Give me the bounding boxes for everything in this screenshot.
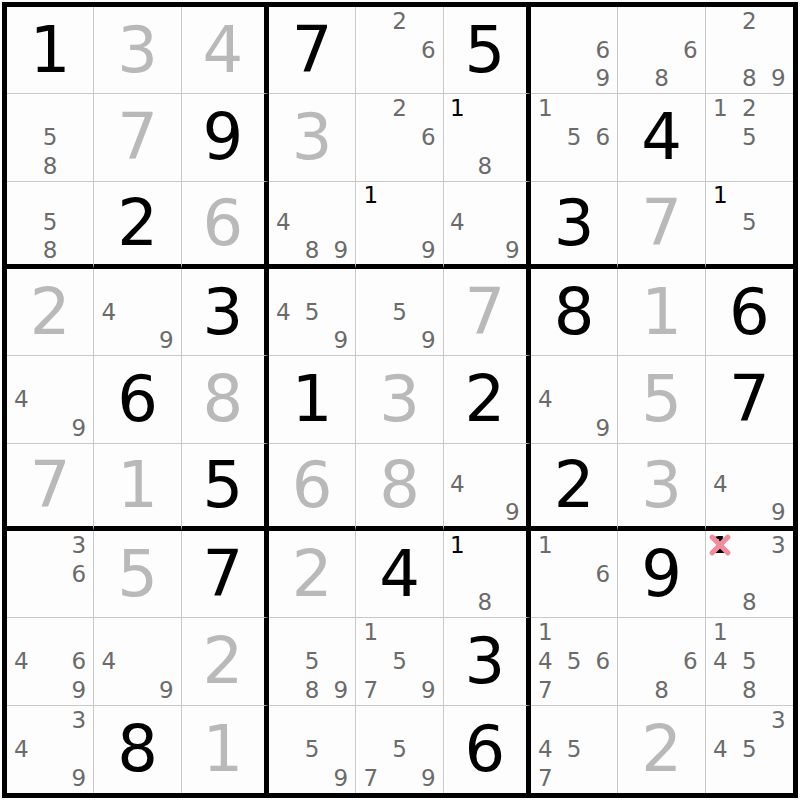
candidate-5[interactable]: 5 bbox=[735, 735, 764, 764]
candidate-grid: 68 bbox=[618, 618, 704, 704]
candidate-4[interactable]: 4 bbox=[7, 385, 36, 414]
big-digit-black: 8 bbox=[554, 280, 595, 344]
big-digit-gray: 2 bbox=[30, 280, 71, 344]
candidate-9[interactable]: 9 bbox=[414, 237, 443, 264]
cell-r7c8[interactable]: 9 bbox=[618, 531, 705, 618]
candidate-1[interactable]: 1 bbox=[706, 94, 735, 123]
candidate-2[interactable]: 2 bbox=[385, 7, 414, 36]
cell-r2c5[interactable]: 26 bbox=[356, 94, 443, 181]
cell-r3c2[interactable]: 2 bbox=[94, 182, 181, 269]
candidate-grid: 68 bbox=[618, 7, 704, 93]
candidate-grid: 125 bbox=[706, 94, 793, 180]
candidate-9[interactable]: 9 bbox=[414, 676, 443, 705]
candidate-9[interactable]: 9 bbox=[65, 764, 94, 793]
big-digit-gray: 2 bbox=[202, 629, 243, 693]
big-digit-gray: 3 bbox=[379, 367, 420, 431]
candidate-1-circle-blue[interactable]: 1 bbox=[356, 182, 385, 209]
candidate-9[interactable]: 9 bbox=[65, 414, 94, 443]
candidate-6[interactable]: 6 bbox=[589, 36, 618, 65]
cell-r6c6[interactable]: 49 bbox=[444, 444, 531, 531]
candidate-1[interactable]: 1 bbox=[531, 94, 560, 123]
cell-r8c1[interactable]: 469 bbox=[7, 618, 94, 705]
candidate-1[interactable]: 1 bbox=[531, 618, 560, 647]
candidate-grid: 49 bbox=[444, 182, 526, 264]
cell-r3c8[interactable]: 7 bbox=[618, 182, 705, 269]
candidate-1-circle-blue[interactable]: 1 bbox=[444, 94, 471, 123]
cell-r8c8[interactable]: 68 bbox=[618, 618, 705, 705]
candidate-3[interactable]: 3 bbox=[65, 706, 94, 735]
cell-r8c6[interactable]: 3 bbox=[444, 618, 531, 705]
candidate-9[interactable]: 9 bbox=[414, 327, 443, 356]
candidate-6[interactable]: 6 bbox=[589, 647, 618, 676]
cell-r9c5[interactable]: 579 bbox=[356, 706, 443, 793]
candidate-9[interactable]: 9 bbox=[152, 676, 181, 705]
candidate-5[interactable]: 5 bbox=[735, 209, 764, 236]
big-digit-gray: 6 bbox=[292, 453, 333, 517]
cell-r4c3[interactable]: 3 bbox=[182, 269, 269, 356]
candidate-4[interactable]: 4 bbox=[7, 647, 36, 676]
candidate-grid: 345 bbox=[706, 706, 793, 793]
big-digit-black: 3 bbox=[202, 280, 243, 344]
cell-r3c9[interactable]: 15 bbox=[706, 182, 793, 269]
candidate-9[interactable]: 9 bbox=[327, 764, 356, 793]
cell-r7c4[interactable]: 2 bbox=[269, 531, 356, 618]
candidate-4[interactable]: 4 bbox=[94, 298, 123, 327]
big-digit-black: 6 bbox=[729, 280, 770, 344]
big-digit-gray: 5 bbox=[641, 367, 682, 431]
big-digit-black: 5 bbox=[202, 453, 243, 517]
candidate-5[interactable]: 5 bbox=[385, 647, 414, 676]
cell-r7c2[interactable]: 5 bbox=[94, 531, 181, 618]
candidate-grid: 19 bbox=[356, 182, 442, 264]
candidate-6[interactable]: 6 bbox=[65, 647, 94, 676]
cell-r9c9[interactable]: 345 bbox=[706, 706, 793, 793]
cell-r2c7[interactable]: 156 bbox=[531, 94, 618, 181]
cell-r7c6[interactable]: 18 bbox=[444, 531, 531, 618]
candidate-4[interactable]: 4 bbox=[706, 471, 735, 498]
candidate-1-x-red[interactable]: 1 bbox=[706, 531, 735, 560]
big-digit-black: 7 bbox=[729, 367, 770, 431]
candidate-8[interactable]: 8 bbox=[298, 237, 327, 264]
candidate-grid: 69 bbox=[531, 7, 617, 93]
cell-r7c5[interactable]: 4 bbox=[356, 531, 443, 618]
cell-r9c8[interactable]: 2 bbox=[618, 706, 705, 793]
candidate-1[interactable]: 1 bbox=[356, 618, 385, 647]
big-digit-black: 1 bbox=[292, 367, 333, 431]
big-digit-gray: 3 bbox=[292, 105, 333, 169]
big-digit-gray: 7 bbox=[117, 105, 158, 169]
big-digit-black: 6 bbox=[117, 367, 158, 431]
candidate-grid: 1458 bbox=[706, 618, 793, 704]
candidate-9[interactable]: 9 bbox=[764, 499, 793, 526]
candidate-grid: 59 bbox=[269, 706, 355, 793]
cell-r7c1[interactable]: 36 bbox=[7, 531, 94, 618]
big-digit-black: 3 bbox=[464, 629, 505, 693]
big-digit-gray: 8 bbox=[379, 453, 420, 517]
candidate-8[interactable]: 8 bbox=[36, 237, 65, 264]
big-digit-black: 9 bbox=[641, 542, 682, 606]
big-digit-black: 4 bbox=[641, 105, 682, 169]
candidate-grid: 18 bbox=[444, 531, 526, 617]
candidate-grid: 1579 bbox=[356, 618, 442, 704]
big-digit-black: 7 bbox=[202, 542, 243, 606]
candidate-5[interactable]: 5 bbox=[560, 123, 589, 152]
cell-r5c6[interactable]: 2 bbox=[444, 356, 531, 443]
candidate-grid: 14567 bbox=[531, 618, 617, 704]
cell-r5c4[interactable]: 1 bbox=[269, 356, 356, 443]
big-digit-black: 2 bbox=[554, 453, 595, 517]
cell-r2c4[interactable]: 3 bbox=[269, 94, 356, 181]
candidate-4[interactable]: 4 bbox=[7, 735, 36, 764]
candidate-6[interactable]: 6 bbox=[65, 560, 94, 589]
big-digit-black: 5 bbox=[464, 18, 505, 82]
candidate-grid: 18 bbox=[444, 94, 526, 180]
candidate-grid: 58 bbox=[7, 94, 93, 180]
cell-r1c1[interactable]: 1 bbox=[7, 7, 94, 94]
cell-r4c2[interactable]: 49 bbox=[94, 269, 181, 356]
candidate-8[interactable]: 8 bbox=[36, 152, 65, 181]
candidate-2[interactable]: 2 bbox=[735, 7, 764, 36]
cell-r8c7[interactable]: 14567 bbox=[531, 618, 618, 705]
cell-r8c2[interactable]: 49 bbox=[94, 618, 181, 705]
candidate-8[interactable]: 8 bbox=[471, 589, 498, 618]
candidate-grid: 58 bbox=[7, 182, 93, 264]
cell-r9c7[interactable]: 457 bbox=[531, 706, 618, 793]
sudoku-board: 1347265696828958793261815641255826489194… bbox=[2, 2, 798, 798]
big-digit-black: 7 bbox=[292, 18, 333, 82]
candidate-4[interactable]: 4 bbox=[531, 647, 560, 676]
candidate-9[interactable]: 9 bbox=[152, 327, 181, 356]
candidate-4[interactable]: 4 bbox=[444, 209, 471, 236]
candidate-4[interactable]: 4 bbox=[269, 298, 298, 327]
candidate-grid: 489 bbox=[269, 182, 355, 264]
big-digit-gray: 7 bbox=[641, 191, 682, 255]
cell-r4c7[interactable]: 8 bbox=[531, 269, 618, 356]
cell-r6c9[interactable]: 49 bbox=[706, 444, 793, 531]
candidate-grid: 49 bbox=[94, 269, 180, 355]
cell-r5c3[interactable]: 8 bbox=[182, 356, 269, 443]
candidate-5[interactable]: 5 bbox=[36, 209, 65, 236]
big-digit-gray: 1 bbox=[641, 280, 682, 344]
candidate-9[interactable]: 9 bbox=[65, 676, 94, 705]
cell-r1c7[interactable]: 69 bbox=[531, 7, 618, 94]
cell-r5c8[interactable]: 5 bbox=[618, 356, 705, 443]
cell-r6c3[interactable]: 5 bbox=[182, 444, 269, 531]
cell-r3c3[interactable]: 6 bbox=[182, 182, 269, 269]
cell-r2c8[interactable]: 4 bbox=[618, 94, 705, 181]
cell-r5c2[interactable]: 6 bbox=[94, 356, 181, 443]
candidate-8[interactable]: 8 bbox=[471, 152, 498, 181]
cell-r2c6[interactable]: 18 bbox=[444, 94, 531, 181]
cell-r6c4[interactable]: 6 bbox=[269, 444, 356, 531]
candidate-3[interactable]: 3 bbox=[65, 531, 94, 560]
candidate-9[interactable]: 9 bbox=[589, 65, 618, 94]
candidate-4[interactable]: 4 bbox=[269, 209, 298, 236]
big-digit-black: 3 bbox=[554, 191, 595, 255]
candidate-9[interactable]: 9 bbox=[327, 327, 356, 356]
cell-r1c8[interactable]: 68 bbox=[618, 7, 705, 94]
cell-r6c2[interactable]: 1 bbox=[94, 444, 181, 531]
candidate-3[interactable]: 3 bbox=[764, 531, 793, 560]
candidate-grid: 26 bbox=[356, 7, 442, 93]
big-digit-gray: 8 bbox=[202, 367, 243, 431]
cell-r2c3[interactable]: 9 bbox=[182, 94, 269, 181]
cell-r7c9[interactable]: 138 bbox=[706, 531, 793, 618]
candidate-grid: 349 bbox=[7, 706, 93, 793]
candidate-grid: 49 bbox=[7, 356, 93, 442]
cell-r9c4[interactable]: 59 bbox=[269, 706, 356, 793]
candidate-1[interactable]: 1 bbox=[531, 531, 560, 560]
cell-r8c9[interactable]: 1458 bbox=[706, 618, 793, 705]
big-digit-black: 1 bbox=[30, 18, 71, 82]
big-digit-gray: 3 bbox=[641, 453, 682, 517]
cell-r5c5[interactable]: 3 bbox=[356, 356, 443, 443]
cell-r8c3[interactable]: 2 bbox=[182, 618, 269, 705]
candidate-grid: 289 bbox=[706, 7, 793, 93]
cell-r1c9[interactable]: 289 bbox=[706, 7, 793, 94]
cell-r1c3[interactable]: 4 bbox=[182, 7, 269, 94]
cell-r9c6[interactable]: 6 bbox=[444, 706, 531, 793]
cell-r6c1[interactable]: 7 bbox=[7, 444, 94, 531]
candidate-grid: 49 bbox=[444, 444, 526, 526]
cell-r9c2[interactable]: 8 bbox=[94, 706, 181, 793]
candidate-8[interactable]: 8 bbox=[647, 676, 676, 705]
big-digit-gray: 1 bbox=[202, 717, 243, 781]
candidate-4[interactable]: 4 bbox=[706, 735, 735, 764]
candidate-8[interactable]: 8 bbox=[647, 65, 676, 94]
big-digit-gray: 4 bbox=[202, 18, 243, 82]
cell-r5c1[interactable]: 49 bbox=[7, 356, 94, 443]
big-digit-black: 9 bbox=[202, 105, 243, 169]
cell-r7c3[interactable]: 7 bbox=[182, 531, 269, 618]
candidate-5[interactable]: 5 bbox=[735, 647, 764, 676]
cell-r2c1[interactable]: 58 bbox=[7, 94, 94, 181]
cell-r1c2[interactable]: 3 bbox=[94, 7, 181, 94]
candidate-1-circle-green[interactable]: 1 bbox=[444, 531, 471, 560]
big-digit-black: 8 bbox=[117, 717, 158, 781]
big-digit-gray: 5 bbox=[117, 542, 158, 606]
candidate-8[interactable]: 8 bbox=[735, 589, 764, 618]
candidate-9[interactable]: 9 bbox=[499, 499, 526, 526]
candidate-grid: 49 bbox=[706, 444, 793, 526]
candidate-9[interactable]: 9 bbox=[414, 764, 443, 793]
candidate-9[interactable]: 9 bbox=[327, 237, 356, 264]
candidate-6[interactable]: 6 bbox=[589, 123, 618, 152]
big-digit-black: 6 bbox=[464, 717, 505, 781]
cell-r4c5[interactable]: 59 bbox=[356, 269, 443, 356]
candidate-2[interactable]: 2 bbox=[735, 94, 764, 123]
cell-r6c7[interactable]: 2 bbox=[531, 444, 618, 531]
cell-r9c3[interactable]: 1 bbox=[182, 706, 269, 793]
cell-r7c7[interactable]: 16 bbox=[531, 531, 618, 618]
candidate-1[interactable]: 1 bbox=[706, 618, 735, 647]
candidate-4[interactable]: 4 bbox=[531, 385, 560, 414]
candidate-grid: 156 bbox=[531, 94, 617, 180]
cell-r4c9[interactable]: 6 bbox=[706, 269, 793, 356]
candidate-4[interactable]: 4 bbox=[706, 647, 735, 676]
candidate-4[interactable]: 4 bbox=[444, 471, 471, 498]
candidate-grid: 36 bbox=[7, 531, 93, 617]
candidate-grid: 457 bbox=[531, 706, 617, 793]
candidate-6[interactable]: 6 bbox=[414, 123, 443, 152]
candidate-2[interactable]: 2 bbox=[385, 94, 414, 123]
big-digit-black: 2 bbox=[464, 367, 505, 431]
cell-r3c1[interactable]: 58 bbox=[7, 182, 94, 269]
candidate-grid: 459 bbox=[269, 269, 355, 355]
candidate-7[interactable]: 7 bbox=[531, 764, 560, 793]
cell-r4c6[interactable]: 7 bbox=[444, 269, 531, 356]
cell-r4c4[interactable]: 459 bbox=[269, 269, 356, 356]
candidate-9[interactable]: 9 bbox=[589, 414, 618, 443]
candidate-grid: 59 bbox=[356, 269, 442, 355]
big-digit-gray: 3 bbox=[117, 18, 158, 82]
cell-r9c1[interactable]: 349 bbox=[7, 706, 94, 793]
candidate-5[interactable]: 5 bbox=[36, 123, 65, 152]
cell-r1c6[interactable]: 5 bbox=[444, 7, 531, 94]
candidate-5[interactable]: 5 bbox=[385, 735, 414, 764]
candidate-7[interactable]: 7 bbox=[531, 676, 560, 705]
cell-r6c5[interactable]: 8 bbox=[356, 444, 443, 531]
candidate-grid: 16 bbox=[531, 531, 617, 617]
candidate-5[interactable]: 5 bbox=[560, 647, 589, 676]
cell-r3c6[interactable]: 49 bbox=[444, 182, 531, 269]
cell-r2c2[interactable]: 7 bbox=[94, 94, 181, 181]
candidate-grid: 579 bbox=[356, 706, 442, 793]
candidate-grid: 49 bbox=[94, 618, 180, 704]
candidate-7[interactable]: 7 bbox=[356, 764, 385, 793]
big-digit-gray: 2 bbox=[292, 542, 333, 606]
cell-r6c8[interactable]: 3 bbox=[618, 444, 705, 531]
candidate-5[interactable]: 5 bbox=[385, 298, 414, 327]
big-digit-gray: 7 bbox=[464, 280, 505, 344]
cell-r2c9[interactable]: 125 bbox=[706, 94, 793, 181]
candidate-4[interactable]: 4 bbox=[531, 735, 560, 764]
cell-r8c5[interactable]: 1579 bbox=[356, 618, 443, 705]
cell-r3c7[interactable]: 3 bbox=[531, 182, 618, 269]
cell-r3c5[interactable]: 19 bbox=[356, 182, 443, 269]
candidate-5[interactable]: 5 bbox=[735, 123, 764, 152]
cell-r1c4[interactable]: 7 bbox=[269, 7, 356, 94]
candidate-5[interactable]: 5 bbox=[560, 735, 589, 764]
candidate-grid: 26 bbox=[356, 94, 442, 180]
candidate-grid: 49 bbox=[531, 356, 617, 442]
candidate-7[interactable]: 7 bbox=[356, 676, 385, 705]
candidate-grid: 589 bbox=[269, 618, 355, 704]
cell-r3c4[interactable]: 489 bbox=[269, 182, 356, 269]
candidate-8[interactable]: 8 bbox=[298, 676, 327, 705]
cell-r5c7[interactable]: 49 bbox=[531, 356, 618, 443]
candidate-6[interactable]: 6 bbox=[676, 647, 705, 676]
cell-r4c1[interactable]: 2 bbox=[7, 269, 94, 356]
candidate-5[interactable]: 5 bbox=[298, 735, 327, 764]
candidate-5[interactable]: 5 bbox=[298, 298, 327, 327]
candidate-1-circle-green[interactable]: 1 bbox=[706, 182, 735, 209]
big-digit-gray: 7 bbox=[30, 453, 71, 517]
candidate-6[interactable]: 6 bbox=[414, 36, 443, 65]
big-digit-gray: 1 bbox=[117, 453, 158, 517]
candidate-4[interactable]: 4 bbox=[94, 647, 123, 676]
candidate-grid: 138 bbox=[706, 531, 793, 617]
big-digit-black: 2 bbox=[117, 191, 158, 255]
big-digit-gray: 2 bbox=[641, 717, 682, 781]
candidate-6[interactable]: 6 bbox=[676, 36, 705, 65]
candidate-5[interactable]: 5 bbox=[298, 647, 327, 676]
cell-r4c8[interactable]: 1 bbox=[618, 269, 705, 356]
cell-r8c4[interactable]: 589 bbox=[269, 618, 356, 705]
candidate-3[interactable]: 3 bbox=[764, 706, 793, 735]
candidate-9[interactable]: 9 bbox=[327, 676, 356, 705]
candidate-8[interactable]: 8 bbox=[735, 676, 764, 705]
candidate-9[interactable]: 9 bbox=[499, 237, 526, 264]
cell-r5c9[interactable]: 7 bbox=[706, 356, 793, 443]
candidate-grid: 469 bbox=[7, 618, 93, 704]
big-digit-black: 4 bbox=[379, 542, 420, 606]
candidate-grid: 15 bbox=[706, 182, 793, 264]
candidate-8[interactable]: 8 bbox=[735, 65, 764, 94]
candidate-9[interactable]: 9 bbox=[764, 65, 793, 94]
candidate-6[interactable]: 6 bbox=[589, 560, 618, 589]
big-digit-gray: 6 bbox=[202, 191, 243, 255]
cell-r1c5[interactable]: 26 bbox=[356, 7, 443, 94]
